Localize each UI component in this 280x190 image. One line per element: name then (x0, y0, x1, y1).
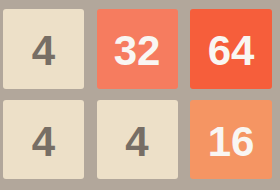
tile-4: 4 (97, 100, 178, 179)
tile-32: 32 (97, 9, 178, 89)
tile-64: 64 (190, 9, 272, 89)
tile-16: 16 (190, 100, 272, 179)
tile-4: 4 (3, 100, 84, 179)
game-2048-stage: 432644416 (0, 0, 280, 190)
board[interactable]: 432644416 (3, 9, 272, 179)
tile-4: 4 (3, 9, 84, 89)
